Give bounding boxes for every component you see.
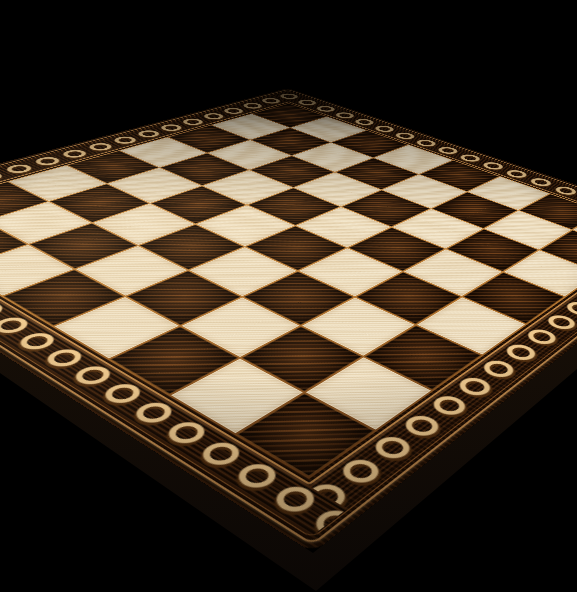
chessboard[interactable] <box>0 88 577 553</box>
scene <box>0 0 577 592</box>
